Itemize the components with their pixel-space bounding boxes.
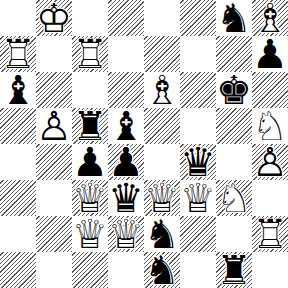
white-queen-piece[interactable]: ♛♕ [108, 216, 144, 252]
piece-fill-layer: ♛ [108, 216, 144, 252]
piece-outline-layer: ♖ [72, 36, 108, 72]
piece-glyph: ♛ [108, 180, 144, 216]
white-queen-piece[interactable]: ♛♕ [72, 180, 108, 216]
piece-outline-layer: ♙ [252, 144, 288, 180]
square-e6[interactable]: ♝♗ [144, 72, 180, 108]
piece-outline-layer: ♕ [108, 216, 144, 252]
piece-fill-layer: ♛ [72, 180, 108, 216]
white-pawn-piece[interactable]: ♟♙ [252, 144, 288, 180]
square-g6[interactable]: ♚ [216, 72, 252, 108]
piece-glyph: ♝ [108, 108, 144, 144]
square-a5[interactable] [0, 108, 36, 144]
square-f7[interactable] [180, 36, 216, 72]
black-queen-piece[interactable]: ♛ [108, 180, 144, 216]
square-f2[interactable] [180, 216, 216, 252]
white-rook-piece[interactable]: ♜♖ [0, 36, 36, 72]
square-h6[interactable] [252, 72, 288, 108]
piece-glyph: ♞ [144, 252, 180, 288]
piece-fill-layer: ♜ [0, 36, 36, 72]
square-h5[interactable]: ♞♘ [252, 108, 288, 144]
square-a7[interactable]: ♜♖ [0, 36, 36, 72]
black-knight-piece[interactable]: ♞ [216, 0, 252, 36]
piece-glyph: ♟ [72, 144, 108, 180]
square-d6[interactable] [108, 72, 144, 108]
piece-outline-layer: ♕ [144, 180, 180, 216]
white-queen-piece[interactable]: ♛♕ [72, 216, 108, 252]
square-b7[interactable] [36, 36, 72, 72]
square-d5[interactable]: ♝ [108, 108, 144, 144]
white-rook-piece[interactable]: ♜♖ [72, 36, 108, 72]
square-g2[interactable] [216, 216, 252, 252]
piece-glyph: ♟ [108, 144, 144, 180]
piece-glyph: ♝ [0, 72, 36, 108]
square-f4[interactable]: ♛ [180, 144, 216, 180]
piece-outline-layer: ♕ [72, 180, 108, 216]
square-h1[interactable] [252, 252, 288, 288]
white-queen-piece[interactable]: ♛♕ [144, 180, 180, 216]
square-a6[interactable]: ♝ [0, 72, 36, 108]
square-d8[interactable] [108, 0, 144, 36]
square-b5[interactable]: ♟♙ [36, 108, 72, 144]
white-knight-piece[interactable]: ♞♘ [252, 108, 288, 144]
black-king-piece[interactable]: ♚ [216, 72, 252, 108]
piece-glyph: ♟ [252, 36, 288, 72]
white-bishop-piece[interactable]: ♝♗ [144, 72, 180, 108]
square-a1[interactable] [0, 252, 36, 288]
square-c1[interactable] [72, 252, 108, 288]
piece-glyph: ♜ [216, 252, 252, 288]
square-g4[interactable] [216, 144, 252, 180]
piece-fill-layer: ♛ [180, 180, 216, 216]
square-c7[interactable]: ♜♖ [72, 36, 108, 72]
square-h2[interactable]: ♜♖ [252, 216, 288, 252]
square-c3[interactable]: ♛♕ [72, 180, 108, 216]
piece-fill-layer: ♜ [252, 216, 288, 252]
square-b3[interactable] [36, 180, 72, 216]
piece-glyph: ♜ [72, 108, 108, 144]
black-pawn-piece[interactable]: ♟ [252, 36, 288, 72]
piece-fill-layer: ♝ [144, 72, 180, 108]
piece-fill-layer: ♟ [252, 144, 288, 180]
square-b1[interactable] [36, 252, 72, 288]
piece-fill-layer: ♜ [72, 36, 108, 72]
square-e2[interactable]: ♞ [144, 216, 180, 252]
square-h4[interactable]: ♟♙ [252, 144, 288, 180]
piece-outline-layer: ♖ [252, 216, 288, 252]
square-h3[interactable] [252, 180, 288, 216]
square-b2[interactable] [36, 216, 72, 252]
piece-fill-layer: ♟ [36, 108, 72, 144]
square-c8[interactable] [72, 0, 108, 36]
square-f3[interactable]: ♛♕ [180, 180, 216, 216]
square-g5[interactable] [216, 108, 252, 144]
piece-fill-layer: ♛ [72, 216, 108, 252]
piece-outline-layer: ♘ [252, 108, 288, 144]
square-d1[interactable] [108, 252, 144, 288]
square-a2[interactable] [0, 216, 36, 252]
square-g8[interactable]: ♞ [216, 0, 252, 36]
square-b4[interactable] [36, 144, 72, 180]
square-h8[interactable]: ♝♗ [252, 0, 288, 36]
piece-glyph: ♞ [144, 216, 180, 252]
white-queen-piece[interactable]: ♛♕ [180, 180, 216, 216]
square-c2[interactable]: ♛♕ [72, 216, 108, 252]
square-a4[interactable] [0, 144, 36, 180]
square-f5[interactable] [180, 108, 216, 144]
black-rook-piece[interactable]: ♜ [72, 108, 108, 144]
piece-glyph: ♛ [180, 144, 216, 180]
chess-diagram: ♚♔♞♝♗♜♖♜♖♟♝♝♗♚♟♙♜♝♞♘♟♟♛♟♙♛♕♛♛♕♛♕♞♘♛♕♛♕♞♜… [0, 0, 288, 288]
black-pawn-piece[interactable]: ♟ [108, 144, 144, 180]
black-bishop-piece[interactable]: ♝ [108, 108, 144, 144]
piece-fill-layer: ♚ [36, 0, 72, 36]
square-b6[interactable] [36, 72, 72, 108]
black-pawn-piece[interactable]: ♟ [72, 144, 108, 180]
piece-outline-layer: ♔ [36, 0, 72, 36]
piece-outline-layer: ♖ [0, 36, 36, 72]
white-bishop-piece[interactable]: ♝♗ [252, 0, 288, 36]
square-b8[interactable]: ♚♔ [36, 0, 72, 36]
black-knight-piece[interactable]: ♞ [144, 252, 180, 288]
square-c6[interactable] [72, 72, 108, 108]
square-d3[interactable]: ♛ [108, 180, 144, 216]
piece-glyph: ♞ [216, 0, 252, 36]
square-f8[interactable] [180, 0, 216, 36]
black-knight-piece[interactable]: ♞ [144, 216, 180, 252]
piece-fill-layer: ♞ [252, 108, 288, 144]
square-c5[interactable]: ♜ [72, 108, 108, 144]
square-e3[interactable]: ♛♕ [144, 180, 180, 216]
square-c4[interactable]: ♟ [72, 144, 108, 180]
piece-fill-layer: ♝ [252, 0, 288, 36]
white-rook-piece[interactable]: ♜♖ [252, 216, 288, 252]
white-pawn-piece[interactable]: ♟♙ [36, 108, 72, 144]
square-e5[interactable] [144, 108, 180, 144]
chess-board: ♚♔♞♝♗♜♖♜♖♟♝♝♗♚♟♙♜♝♞♘♟♟♛♟♙♛♕♛♛♕♛♕♞♘♛♕♛♕♞♜… [0, 0, 288, 288]
piece-outline-layer: ♙ [36, 108, 72, 144]
piece-outline-layer: ♗ [144, 72, 180, 108]
piece-outline-layer: ♕ [72, 216, 108, 252]
square-d7[interactable] [108, 36, 144, 72]
square-g1[interactable]: ♜ [216, 252, 252, 288]
white-king-piece[interactable]: ♚♔ [36, 0, 72, 36]
piece-fill-layer: ♛ [144, 180, 180, 216]
square-e1[interactable]: ♞ [144, 252, 180, 288]
square-g3[interactable]: ♞♘ [216, 180, 252, 216]
square-g7[interactable] [216, 36, 252, 72]
square-e8[interactable] [144, 0, 180, 36]
square-a8[interactable] [0, 0, 36, 36]
square-h7[interactable]: ♟ [252, 36, 288, 72]
piece-fill-layer: ♞ [216, 180, 252, 216]
black-queen-piece[interactable]: ♛ [180, 144, 216, 180]
square-d2[interactable]: ♛♕ [108, 216, 144, 252]
square-e7[interactable] [144, 36, 180, 72]
piece-outline-layer: ♕ [180, 180, 216, 216]
piece-glyph: ♚ [216, 72, 252, 108]
black-bishop-piece[interactable]: ♝ [0, 72, 36, 108]
black-rook-piece[interactable]: ♜ [216, 252, 252, 288]
square-f1[interactable] [180, 252, 216, 288]
piece-outline-layer: ♗ [252, 0, 288, 36]
square-e4[interactable] [144, 144, 180, 180]
square-a3[interactable] [0, 180, 36, 216]
square-f6[interactable] [180, 72, 216, 108]
piece-outline-layer: ♘ [216, 180, 252, 216]
white-knight-piece[interactable]: ♞♘ [216, 180, 252, 216]
square-d4[interactable]: ♟ [108, 144, 144, 180]
